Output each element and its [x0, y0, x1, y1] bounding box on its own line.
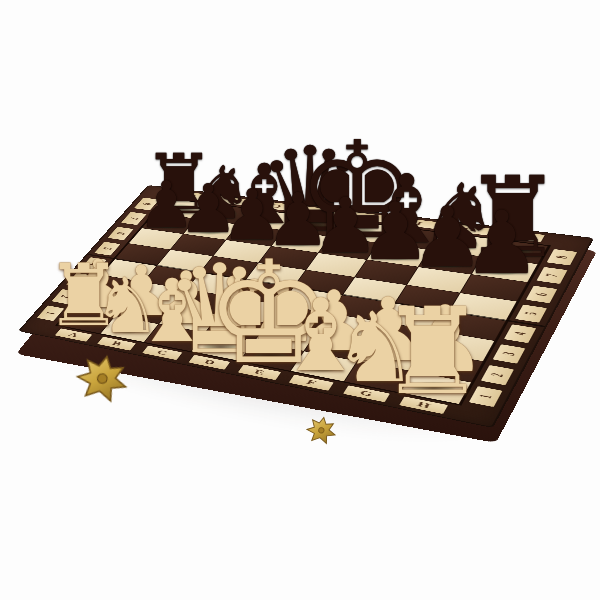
rank-label-left-1: 1: [37, 305, 64, 321]
rank-label-right-8: 8: [547, 249, 578, 265]
rank-label-left-8: 8: [134, 198, 159, 211]
brass-clasp-left: [67, 348, 137, 411]
brass-clasp-right: [300, 413, 341, 451]
rank-label-left-4: 4: [80, 257, 106, 271]
rank-label-right-6: 6: [526, 286, 557, 304]
rank-label-left-7: 7: [121, 212, 147, 225]
rank-label-right-3: 3: [493, 344, 526, 363]
brass-clasp-icon: [301, 413, 342, 447]
rank-label-right-7: 7: [536, 267, 567, 284]
rank-label-right-5: 5: [515, 305, 547, 323]
rank-label-right-1: 1: [469, 386, 503, 407]
rank-label-left-3: 3: [66, 273, 93, 288]
rank-label-right-4: 4: [504, 324, 536, 343]
chess-set-photo: AABBCCDDEEFFGGHH1122334455667788 ♜♞♝♛♚♝♞…: [0, 0, 600, 600]
rank-label-left-5: 5: [94, 242, 120, 256]
rank-label-left-2: 2: [52, 289, 79, 304]
rank-label-left-6: 6: [108, 227, 134, 240]
rank-label-right-2: 2: [481, 365, 514, 385]
